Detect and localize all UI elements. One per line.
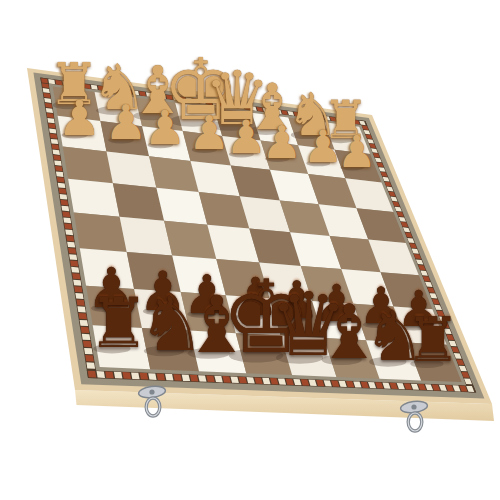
piece-shadow — [188, 348, 230, 359]
piece-shadow — [318, 319, 346, 326]
border-checker-cell — [61, 206, 69, 212]
board-square — [113, 183, 164, 221]
board-square — [74, 213, 127, 252]
product-photo: ♜♞♝♚♛♝♞♜♟♟♟♟♟♟♟♟♟♟♟♟♟♟♟♟♜♞♝♚♛♝♞♜ — [0, 0, 500, 500]
border-checker-cell — [74, 286, 82, 292]
piece-shadow — [192, 146, 217, 153]
board-square — [120, 217, 173, 256]
border-checker-cell — [47, 118, 54, 123]
border-checker-cell — [46, 108, 53, 113]
board-square — [63, 147, 113, 184]
piece-shadow — [236, 313, 264, 320]
piece-shadow — [148, 142, 173, 149]
border-checker-cell — [123, 372, 132, 379]
border-checker-cell — [61, 200, 69, 206]
border-checker-cell — [88, 371, 97, 378]
border-checker-cell — [72, 273, 80, 279]
piece-shadow — [363, 321, 390, 328]
border-checker-cell — [63, 218, 71, 224]
border-checker-cell — [83, 341, 92, 347]
piece-shadow — [291, 131, 323, 139]
piece-shadow — [133, 111, 169, 120]
piece-shadow — [322, 355, 362, 365]
border-checker-cell — [131, 373, 140, 380]
piece-shadow — [265, 156, 289, 162]
border-checker-cell — [70, 261, 78, 267]
border-checker-cell — [58, 183, 66, 188]
piece-shadow — [62, 132, 88, 139]
border-checker-cell — [140, 373, 148, 380]
border-checker-cell — [68, 248, 76, 254]
border-checker-cell — [85, 355, 94, 361]
border-checker-cell — [53, 150, 60, 155]
border-checker-cell — [82, 334, 91, 340]
piece-shadow — [210, 120, 250, 130]
piece-shadow — [340, 164, 364, 170]
board-square — [127, 252, 181, 292]
piece-shadow — [170, 115, 216, 127]
border-checker-cell — [57, 177, 65, 183]
chess-board — [0, 0, 500, 500]
border-checker-cell — [73, 280, 81, 286]
border-checker-cell — [53, 155, 61, 160]
piece-shadow — [96, 106, 130, 115]
piece-shadow — [400, 324, 427, 331]
piece-shadow — [306, 160, 330, 166]
border-checker-cell — [71, 267, 79, 273]
border-checker-cell — [132, 90, 139, 95]
border-checker-cell — [80, 320, 89, 326]
border-checker-cell — [76, 300, 84, 306]
border-checker-cell — [62, 212, 70, 218]
piece-shadow — [276, 352, 323, 364]
piece-shadow — [143, 307, 172, 315]
piece-shadow — [187, 310, 216, 317]
border-checker-cell — [139, 91, 146, 96]
border-checker-cell — [148, 373, 156, 380]
piece-shadow — [229, 348, 283, 362]
piece-shadow — [93, 344, 130, 354]
border-checker-cell — [173, 374, 181, 381]
border-checker-cell — [97, 371, 106, 378]
border-checker-cell — [79, 313, 87, 319]
piece-shadow — [326, 136, 354, 143]
border-checker-cell — [81, 327, 90, 333]
border-checker-cell — [146, 92, 153, 97]
piece-shadow — [53, 101, 84, 109]
border-checker-cell — [50, 134, 57, 139]
border-checker-cell — [66, 236, 74, 242]
border-checker-cell — [157, 374, 165, 381]
piece-shadow — [108, 137, 134, 144]
border-checker-cell — [86, 362, 95, 369]
border-checker-cell — [55, 166, 63, 171]
border-checker-cell — [77, 306, 85, 312]
border-checker-cell — [84, 348, 93, 354]
border-checker-cell — [49, 128, 56, 133]
border-checker-cell — [69, 254, 77, 260]
border-checker-cell — [59, 188, 67, 194]
border-checker-cell — [60, 194, 68, 200]
piece-shadow — [369, 357, 406, 367]
border-checker-cell — [51, 139, 58, 144]
board-square — [68, 179, 120, 217]
board-square — [107, 152, 157, 188]
border-checker-cell — [75, 293, 83, 299]
border-checker-cell — [65, 230, 73, 236]
board-square — [80, 248, 134, 289]
border-checker-cell — [48, 123, 55, 128]
piece-shadow — [144, 346, 184, 356]
border-checker-cell — [64, 224, 72, 230]
border-checker-cell — [67, 242, 75, 248]
border-checker-cell — [114, 372, 123, 379]
border-checker-cell — [165, 374, 173, 381]
border-checker-cell — [41, 78, 48, 83]
piece-shadow — [410, 359, 443, 368]
border-checker-cell — [54, 160, 62, 165]
border-checker-cell — [56, 171, 64, 177]
border-checker-cell — [105, 371, 114, 378]
piece-shadow — [229, 151, 254, 157]
border-checker-cell — [52, 144, 59, 149]
piece-shadow — [91, 304, 121, 312]
piece-shadow — [278, 316, 306, 323]
piece-shadow — [249, 126, 283, 135]
border-checker-cell — [47, 113, 54, 118]
